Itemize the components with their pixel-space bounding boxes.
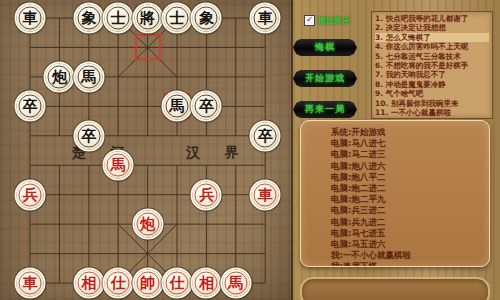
taunt-item[interactable]: 5. 七分靠运气三分靠技术: [375, 52, 489, 61]
piece-black-f5r1[interactable]: 將: [134, 5, 161, 32]
piece-black-f1r1[interactable]: 車: [17, 5, 44, 32]
taunt-item[interactable]: 1. 快点吧我等的花儿都谢了: [375, 14, 489, 23]
move-log-line: 电脑:炮二进二: [331, 183, 481, 194]
piece-black-f6r4[interactable]: 馬: [164, 93, 191, 120]
piece-red-f8r10[interactable]: 馬: [222, 270, 249, 297]
piece-red-f9r7[interactable]: 車: [252, 181, 279, 208]
last-move-marker-f5r2: [135, 34, 161, 60]
taunt-item[interactable]: 11. 一不小心就赢棋啦: [375, 108, 489, 117]
move-log-line: 电脑:兵三进二: [331, 205, 481, 216]
piece-black-f3r1[interactable]: 象: [75, 5, 102, 32]
piece-red-f4r6[interactable]: 馬: [105, 152, 132, 179]
side-panel: ✓ 播放音乐 悔棋 开始游戏 再来一局 1. 快点吧我等的花儿都谢了2. 决定决…: [293, 0, 500, 300]
piece-black-f9r5[interactable]: 卒: [252, 122, 279, 149]
taunt-item[interactable]: 6. 不想吃将的我不是好棋手: [375, 61, 489, 70]
undo-move-button[interactable]: 悔棋: [293, 39, 357, 56]
music-checkbox-label: 播放音乐: [318, 15, 350, 26]
taunt-item[interactable]: 3. 怎么又悔棋了: [375, 33, 489, 42]
taunt-item[interactable]: 9. 气个啥气吧: [375, 89, 489, 98]
piece-red-f1r10[interactable]: 車: [17, 270, 44, 297]
move-log-line: 电脑:马二进三: [331, 149, 481, 160]
taunt-phrase-list[interactable]: 1. 快点吧我等的花儿都谢了2. 决定决定让我想想3. 怎么又悔棋了4. 你这么…: [371, 11, 493, 119]
taunt-item[interactable]: 8. 冲动是魔鬼要冷静: [375, 80, 489, 89]
piece-red-f7r7[interactable]: 兵: [193, 181, 220, 208]
piece-red-f1r7[interactable]: 兵: [17, 181, 44, 208]
piece-black-f1r4[interactable]: 卒: [17, 93, 44, 120]
piece-black-f4r1[interactable]: 士: [105, 5, 132, 32]
piece-black-f2r3[interactable]: 炮: [46, 63, 73, 90]
move-log-line: 电脑:炮二平九: [331, 194, 481, 205]
move-log-panel[interactable]: 系统:开始游戏电脑:马八进七电脑:马二进三电脑:炮八进六电脑:炮八平二电脑:炮二…: [300, 120, 490, 267]
music-checkbox[interactable]: ✓: [304, 15, 315, 26]
piece-red-f5r8[interactable]: 炮: [134, 211, 161, 238]
piece-black-f3r5[interactable]: 卒: [75, 122, 102, 149]
piece-red-f4r10[interactable]: 仕: [105, 270, 132, 297]
piece-red-f6r10[interactable]: 仕: [164, 270, 191, 297]
taunt-item[interactable]: 4. 你这么厉害咋吗不上天呢: [375, 42, 489, 51]
move-log-line: 电脑:马五进六: [331, 239, 481, 250]
move-log-line: 电脑:炮八平二: [331, 172, 481, 183]
taunt-item[interactable]: 10. 别再躲你到我碗里来: [375, 99, 489, 108]
piece-black-f7r1[interactable]: 象: [193, 5, 220, 32]
xiangqi-board[interactable]: 楚 河 汉 界 車象士將士象車炮馬卒馬卒卒卒馬兵兵車炮車相仕帥仕相馬: [0, 0, 293, 300]
move-log-line: 电脑:马八进七: [331, 138, 481, 149]
piece-red-f7r10[interactable]: 相: [193, 270, 220, 297]
message-input-box[interactable]: [300, 277, 490, 300]
music-toggle-row: ✓ 播放音乐: [304, 15, 350, 26]
taunt-item[interactable]: 2. 决定决定让我想想: [375, 23, 489, 32]
taunt-item[interactable]: 7. 我的天呐我忍不了: [375, 70, 489, 79]
piece-red-f5r10[interactable]: 帥: [134, 270, 161, 297]
move-log-line: 我:速度下棋: [331, 261, 481, 267]
move-log-line: 电脑:炮八进六: [331, 161, 481, 172]
play-again-button[interactable]: 再来一局: [293, 101, 357, 118]
river-text-right: 汉 界: [185, 144, 249, 160]
piece-black-f3r3[interactable]: 馬: [75, 63, 102, 90]
piece-black-f6r1[interactable]: 士: [164, 5, 191, 32]
piece-black-f9r1[interactable]: 車: [252, 5, 279, 32]
move-log-line: 我:一不小心就赢棋啦: [331, 250, 481, 261]
move-log-line: 系统:开始游戏: [331, 127, 481, 138]
start-game-button[interactable]: 开始游戏: [293, 70, 357, 87]
move-log-line: 电脑:兵九进二: [331, 217, 481, 228]
piece-black-f7r4[interactable]: 卒: [193, 93, 220, 120]
piece-red-f3r10[interactable]: 相: [75, 270, 102, 297]
move-log-line: 电脑:马七进五: [331, 228, 481, 239]
